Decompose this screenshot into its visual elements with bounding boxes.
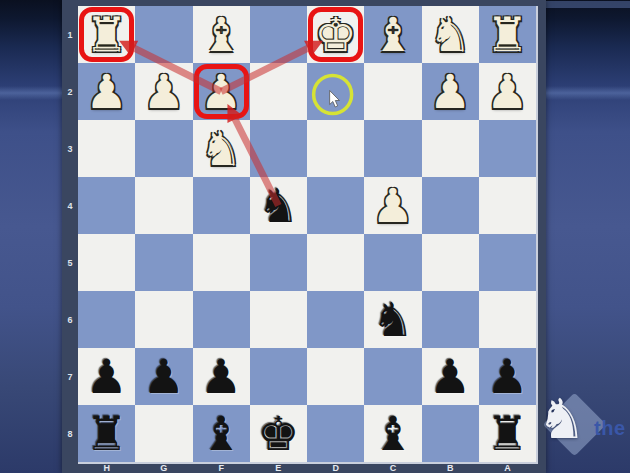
square-c6[interactable]: ♞ bbox=[364, 291, 421, 348]
square-b7[interactable]: ♟ bbox=[422, 348, 479, 405]
square-h1[interactable]: ♜ bbox=[78, 6, 135, 63]
piece-black-rook-a8: ♜ bbox=[486, 410, 528, 457]
square-f4[interactable] bbox=[193, 177, 250, 234]
square-f2[interactable]: ♟ bbox=[193, 63, 250, 120]
square-d6[interactable] bbox=[307, 291, 364, 348]
rank-label-3: 3 bbox=[62, 120, 78, 177]
square-g4[interactable] bbox=[135, 177, 192, 234]
file-label-h: H bbox=[78, 463, 135, 473]
piece-white-pawn-c4: ♟ bbox=[372, 182, 414, 229]
square-g8[interactable] bbox=[135, 405, 192, 462]
square-a4[interactable] bbox=[479, 177, 536, 234]
square-d2[interactable] bbox=[307, 63, 364, 120]
piece-black-pawn-b7: ♟ bbox=[429, 353, 471, 400]
square-c2[interactable] bbox=[364, 63, 421, 120]
square-c5[interactable] bbox=[364, 234, 421, 291]
square-a5[interactable] bbox=[479, 234, 536, 291]
square-b3[interactable] bbox=[422, 120, 479, 177]
square-h4[interactable] bbox=[78, 177, 135, 234]
square-f8[interactable]: ♝ bbox=[193, 405, 250, 462]
file-label-c: C bbox=[364, 463, 421, 473]
square-c4[interactable]: ♟ bbox=[364, 177, 421, 234]
square-g7[interactable]: ♟ bbox=[135, 348, 192, 405]
piece-black-knight-e4: ♞ bbox=[257, 182, 299, 229]
square-f1[interactable]: ♝ bbox=[193, 6, 250, 63]
piece-black-pawn-h7: ♟ bbox=[86, 353, 128, 400]
square-h8[interactable]: ♜ bbox=[78, 405, 135, 462]
square-e5[interactable] bbox=[250, 234, 307, 291]
square-a1[interactable]: ♜ bbox=[479, 6, 536, 63]
square-h6[interactable] bbox=[78, 291, 135, 348]
rank-label-4: 4 bbox=[62, 177, 78, 234]
square-e2[interactable] bbox=[250, 63, 307, 120]
piece-black-bishop-c8: ♝ bbox=[372, 410, 414, 457]
square-g3[interactable] bbox=[135, 120, 192, 177]
square-e1[interactable] bbox=[250, 6, 307, 63]
square-f3[interactable]: ♞ bbox=[193, 120, 250, 177]
piece-white-pawn-g2: ♟ bbox=[143, 68, 185, 115]
piece-white-pawn-f2: ♟ bbox=[200, 68, 242, 115]
piece-white-bishop-c1: ♝ bbox=[372, 11, 414, 58]
piece-black-rook-h8: ♜ bbox=[86, 410, 128, 457]
square-f5[interactable] bbox=[193, 234, 250, 291]
square-b2[interactable]: ♟ bbox=[422, 63, 479, 120]
square-b1[interactable]: ♞ bbox=[422, 6, 479, 63]
square-f6[interactable] bbox=[193, 291, 250, 348]
file-label-f: F bbox=[193, 463, 250, 473]
rank-label-8: 8 bbox=[62, 405, 78, 462]
file-label-g: G bbox=[135, 463, 192, 473]
square-c7[interactable] bbox=[364, 348, 421, 405]
piece-white-knight-f3: ♞ bbox=[200, 125, 242, 172]
rank-label-5: 5 bbox=[62, 234, 78, 291]
square-e3[interactable] bbox=[250, 120, 307, 177]
piece-black-pawn-a7: ♟ bbox=[486, 353, 528, 400]
square-d4[interactable] bbox=[307, 177, 364, 234]
square-d8[interactable] bbox=[307, 405, 364, 462]
square-e8[interactable]: ♚ bbox=[250, 405, 307, 462]
piece-white-pawn-b2: ♟ bbox=[429, 68, 471, 115]
square-a8[interactable]: ♜ bbox=[479, 405, 536, 462]
square-a3[interactable] bbox=[479, 120, 536, 177]
square-c3[interactable] bbox=[364, 120, 421, 177]
piece-white-pawn-h2: ♟ bbox=[86, 68, 128, 115]
video-frame: 12345678 ♜♝♚♝♞♜♟♟♟♟♟♞♞♟♞♟♟♟♟♟♜♝♚♝♜ HGFED… bbox=[0, 0, 630, 473]
chess-board[interactable]: ♜♝♚♝♞♜♟♟♟♟♟♞♞♟♞♟♟♟♟♟♜♝♚♝♜ bbox=[78, 6, 538, 464]
piece-white-rook-a1: ♜ bbox=[486, 11, 528, 58]
square-d1[interactable]: ♚ bbox=[307, 6, 364, 63]
rank-labels: 12345678 bbox=[62, 6, 78, 462]
rank-label-2: 2 bbox=[62, 63, 78, 120]
logo-text: the bbox=[594, 417, 626, 440]
rank-label-7: 7 bbox=[62, 348, 78, 405]
square-g2[interactable]: ♟ bbox=[135, 63, 192, 120]
piece-black-pawn-f7: ♟ bbox=[200, 353, 242, 400]
square-b5[interactable] bbox=[422, 234, 479, 291]
piece-white-king-d1: ♚ bbox=[315, 11, 357, 58]
knight-logo-icon: ♞ bbox=[537, 392, 586, 447]
file-labels: HGFEDCBA bbox=[78, 463, 536, 473]
square-g6[interactable] bbox=[135, 291, 192, 348]
highlight-box-d1 bbox=[308, 7, 363, 62]
square-a2[interactable]: ♟ bbox=[479, 63, 536, 120]
square-g1[interactable] bbox=[135, 6, 192, 63]
square-c1[interactable]: ♝ bbox=[364, 6, 421, 63]
piece-black-knight-c6: ♞ bbox=[372, 296, 414, 343]
rank-label-6: 6 bbox=[62, 291, 78, 348]
square-h7[interactable]: ♟ bbox=[78, 348, 135, 405]
square-a6[interactable] bbox=[479, 291, 536, 348]
square-h2[interactable]: ♟ bbox=[78, 63, 135, 120]
highlight-box-f2 bbox=[194, 64, 249, 119]
piece-black-pawn-g7: ♟ bbox=[143, 353, 185, 400]
piece-white-knight-b1: ♞ bbox=[429, 11, 471, 58]
square-b6[interactable] bbox=[422, 291, 479, 348]
square-e6[interactable] bbox=[250, 291, 307, 348]
square-f7[interactable]: ♟ bbox=[193, 348, 250, 405]
file-label-e: E bbox=[250, 463, 307, 473]
square-c8[interactable]: ♝ bbox=[364, 405, 421, 462]
rank-label-1: 1 bbox=[62, 6, 78, 63]
piece-black-bishop-f8: ♝ bbox=[200, 410, 242, 457]
square-h5[interactable] bbox=[78, 234, 135, 291]
square-b4[interactable] bbox=[422, 177, 479, 234]
file-label-d: D bbox=[307, 463, 364, 473]
piece-white-rook-h1: ♜ bbox=[86, 11, 128, 58]
watermark-logo: ♞ the bbox=[535, 392, 630, 473]
square-a7[interactable]: ♟ bbox=[479, 348, 536, 405]
square-h3[interactable] bbox=[78, 120, 135, 177]
square-e7[interactable] bbox=[250, 348, 307, 405]
square-d5[interactable] bbox=[307, 234, 364, 291]
square-e4[interactable]: ♞ bbox=[250, 177, 307, 234]
file-label-a: A bbox=[479, 463, 536, 473]
piece-black-king-e8: ♚ bbox=[257, 410, 299, 457]
piece-white-bishop-f1: ♝ bbox=[200, 11, 242, 58]
piece-white-pawn-a2: ♟ bbox=[486, 68, 528, 115]
square-d3[interactable] bbox=[307, 120, 364, 177]
file-label-b: B bbox=[422, 463, 479, 473]
highlight-box-h1 bbox=[79, 7, 134, 62]
square-d7[interactable] bbox=[307, 348, 364, 405]
square-g5[interactable] bbox=[135, 234, 192, 291]
square-b8[interactable] bbox=[422, 405, 479, 462]
